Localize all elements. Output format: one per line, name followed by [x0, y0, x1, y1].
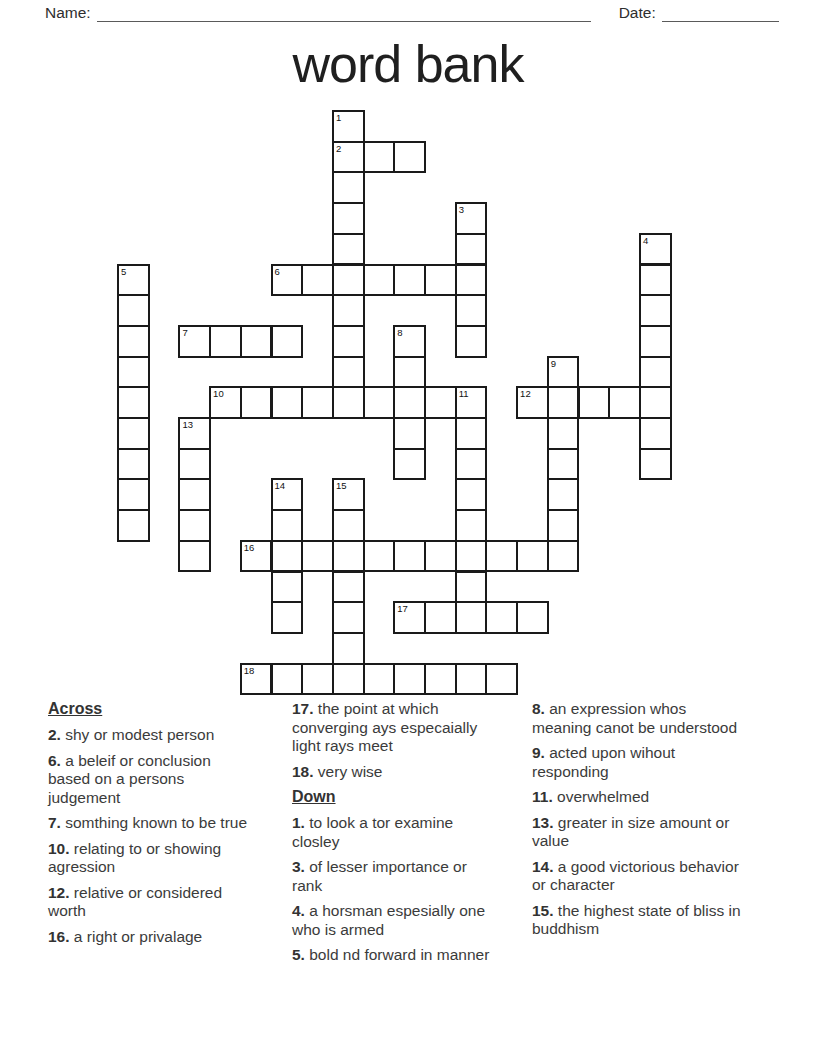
cell-number: 4 — [643, 235, 648, 246]
clue-text: shy or modest person — [61, 726, 214, 743]
clue-number: 5. — [292, 946, 305, 963]
grid-cell[interactable] — [485, 601, 518, 634]
clue-number: 15. — [532, 902, 554, 919]
clue-text: a beleif or conclusion based on a person… — [48, 752, 211, 806]
cell-number: 7 — [182, 327, 187, 338]
grid-cell[interactable] — [639, 356, 672, 389]
grid-cell[interactable] — [639, 417, 672, 450]
grid-cell[interactable] — [178, 540, 211, 573]
grid-cell[interactable] — [455, 601, 488, 634]
cell-number: 5 — [121, 266, 126, 277]
grid-cell[interactable] — [485, 663, 518, 696]
grid-cell[interactable]: 12 — [516, 386, 549, 419]
grid-cell[interactable] — [271, 509, 304, 542]
grid-cell[interactable] — [393, 540, 426, 573]
clue-text: the highest state of bliss in buddhism — [532, 902, 741, 938]
grid-cell[interactable] — [332, 571, 365, 604]
clue-number: 9. — [532, 744, 545, 761]
grid-cell[interactable] — [393, 356, 426, 389]
grid-cell[interactable]: 13 — [178, 417, 211, 450]
clue-text: relating to or showing agression — [48, 840, 221, 876]
clue-text: relative or considered worth — [48, 884, 222, 920]
grid-cell[interactable] — [301, 386, 334, 419]
grid-cell[interactable]: 1 — [332, 110, 365, 143]
grid-cell[interactable] — [455, 417, 488, 450]
cell-number: 1 — [336, 112, 341, 123]
grid-cell[interactable] — [455, 325, 488, 358]
grid-cell[interactable]: 17 — [393, 601, 426, 634]
grid-cell[interactable] — [393, 386, 426, 419]
grid-cell[interactable] — [117, 478, 150, 511]
grid-cell[interactable] — [393, 663, 426, 696]
clue-number: 4. — [292, 902, 305, 919]
clue-text: bold nd forward in manner — [305, 946, 489, 963]
cell-number: 3 — [459, 204, 464, 215]
grid-cell[interactable] — [363, 264, 396, 297]
cell-number: 2 — [336, 143, 341, 154]
clue-number: 14. — [532, 858, 554, 875]
grid-cell[interactable] — [455, 540, 488, 573]
clue-text: acted upon wihout responding — [532, 744, 675, 780]
date-blank-line — [662, 6, 779, 22]
grid-cell[interactable] — [332, 632, 365, 665]
grid-cell[interactable]: 14 — [271, 478, 304, 511]
grid-cell[interactable] — [424, 601, 457, 634]
cell-number: 6 — [275, 266, 280, 277]
grid-cell[interactable] — [485, 540, 518, 573]
grid-cell[interactable] — [455, 509, 488, 542]
grid-cell[interactable] — [424, 540, 457, 573]
grid-cell[interactable]: 7 — [178, 325, 211, 358]
grid-cell[interactable] — [332, 264, 365, 297]
grid-cell[interactable] — [271, 386, 304, 419]
grid-cell[interactable] — [455, 233, 488, 266]
grid-cell[interactable]: 18 — [240, 663, 273, 696]
grid-cell[interactable] — [332, 325, 365, 358]
clue-item: 13. greater in size amount or value — [532, 814, 744, 851]
grid-cell[interactable] — [424, 663, 457, 696]
clue-item: 16. a right or privalage — [48, 928, 253, 947]
clue-text: somthing known to be true — [61, 814, 247, 831]
grid-cell[interactable] — [455, 663, 488, 696]
grid-cell[interactable] — [332, 601, 365, 634]
grid-cell[interactable] — [639, 294, 672, 327]
clue-text: a good victorious behavior or character — [532, 858, 739, 894]
clue-column-left: Across2. shy or modest person6. a beleif… — [48, 700, 253, 953]
grid-cell[interactable] — [332, 356, 365, 389]
clue-number: 6. — [48, 752, 61, 769]
grid-cell[interactable] — [117, 417, 150, 450]
clue-text: of lesser importance or rank — [292, 858, 467, 894]
grid-cell[interactable] — [178, 509, 211, 542]
clue-item: 5. bold nd forward in manner — [292, 946, 492, 965]
grid-cell[interactable] — [332, 202, 365, 235]
grid-cell[interactable] — [639, 386, 672, 419]
grid-cell[interactable] — [516, 601, 549, 634]
cell-number: 11 — [459, 388, 469, 399]
grid-cell[interactable]: 5 — [117, 264, 150, 297]
grid-cell[interactable] — [639, 264, 672, 297]
clue-item: 11. overwhelmed — [532, 788, 744, 807]
grid-cell[interactable] — [332, 233, 365, 266]
crossword-grid: 123456789101112131415161718 — [117, 110, 671, 695]
grid-cell[interactable] — [332, 171, 365, 204]
grid-cell[interactable]: 9 — [547, 356, 580, 389]
puzzle-title: word bank — [0, 36, 816, 92]
grid-cell[interactable] — [117, 325, 150, 358]
grid-cell[interactable] — [332, 294, 365, 327]
grid-cell[interactable] — [363, 663, 396, 696]
grid-cell[interactable] — [639, 325, 672, 358]
grid-cell[interactable] — [516, 540, 549, 573]
name-date-row: Name: Date: — [45, 4, 793, 22]
cell-number: 18 — [244, 665, 255, 676]
grid-cell[interactable] — [332, 386, 365, 419]
cell-number: 8 — [397, 327, 402, 338]
clue-column-middle: 17. the point at which converging ays es… — [292, 700, 492, 972]
clue-text: very wise — [314, 763, 383, 780]
grid-cell[interactable] — [332, 663, 365, 696]
clue-item: 18. very wise — [292, 763, 492, 782]
grid-cell[interactable] — [578, 386, 611, 419]
cell-number: 13 — [182, 419, 193, 430]
grid-cell[interactable] — [271, 571, 304, 604]
clue-text: an expression whos meaning canot be unde… — [532, 700, 737, 736]
grid-cell[interactable] — [301, 264, 334, 297]
grid-cell[interactable]: 6 — [271, 264, 304, 297]
clues-across-header: Across — [48, 700, 253, 718]
grid-cell[interactable] — [363, 141, 396, 174]
clue-number: 11. — [532, 788, 553, 805]
grid-cell[interactable] — [271, 325, 304, 358]
clue-item: 10. relating to or showing agression — [48, 840, 253, 877]
clue-item: 7. somthing known to be true — [48, 814, 253, 833]
clue-item: 6. a beleif or conclusion based on a per… — [48, 752, 253, 808]
cell-number: 15 — [336, 480, 347, 491]
worksheet-page: Name: Date: word bank 123456789101112131… — [0, 0, 816, 1056]
grid-cell[interactable] — [393, 417, 426, 450]
grid-cell[interactable] — [424, 264, 457, 297]
clue-number: 17. — [292, 700, 314, 717]
grid-cell[interactable] — [424, 386, 457, 419]
clue-number: 18. — [292, 763, 314, 780]
grid-cell[interactable]: 15 — [332, 478, 365, 511]
clue-text: greater in size amount or value — [532, 814, 729, 850]
grid-cell[interactable] — [271, 601, 304, 634]
clues-down-header: Down — [292, 788, 492, 806]
clue-number: 7. — [48, 814, 61, 831]
cell-number: 14 — [275, 480, 286, 491]
clue-number: 1. — [292, 814, 305, 831]
cell-number: 17 — [397, 603, 408, 614]
clue-column-right: 8. an expression whos meaning canot be u… — [532, 700, 744, 946]
grid-cell[interactable]: 16 — [240, 540, 273, 573]
grid-cell[interactable] — [209, 325, 242, 358]
clue-item: 9. acted upon wihout responding — [532, 744, 744, 781]
grid-cell[interactable] — [455, 264, 488, 297]
grid-cell[interactable]: 3 — [455, 202, 488, 235]
grid-cell[interactable] — [547, 448, 580, 481]
grid-cell[interactable] — [455, 478, 488, 511]
grid-cell[interactable]: 10 — [209, 386, 242, 419]
grid-cell[interactable] — [455, 448, 488, 481]
name-label: Name: — [45, 4, 91, 22]
grid-cell[interactable] — [301, 663, 334, 696]
grid-cell[interactable] — [639, 448, 672, 481]
grid-cell[interactable] — [271, 663, 304, 696]
grid-cell[interactable]: 11 — [455, 386, 488, 419]
grid-cell[interactable]: 2 — [332, 141, 365, 174]
cell-number: 10 — [213, 388, 224, 399]
grid-cell[interactable] — [117, 356, 150, 389]
clue-text: overwhelmed — [553, 788, 650, 805]
grid-cell[interactable]: 8 — [393, 325, 426, 358]
grid-cell[interactable] — [240, 325, 273, 358]
clue-item: 15. the highest state of bliss in buddhi… — [532, 902, 744, 939]
grid-cell[interactable] — [455, 294, 488, 327]
grid-cell[interactable] — [332, 540, 365, 573]
clue-number: 10. — [48, 840, 70, 857]
clue-number: 8. — [532, 700, 545, 717]
grid-cell[interactable] — [455, 571, 488, 604]
clue-item: 17. the point at which converging ays es… — [292, 700, 492, 756]
grid-cell[interactable] — [608, 386, 641, 419]
grid-cell[interactable] — [117, 509, 150, 542]
grid-cell[interactable] — [301, 540, 334, 573]
grid-cell[interactable] — [240, 386, 273, 419]
clue-item: 12. relative or considered worth — [48, 884, 253, 921]
date-label: Date: — [619, 4, 656, 22]
clue-text: a horsman espesially one who is armed — [292, 902, 485, 938]
grid-cell[interactable] — [393, 141, 426, 174]
grid-cell[interactable] — [363, 540, 396, 573]
grid-cell[interactable] — [332, 509, 365, 542]
grid-cell[interactable] — [117, 294, 150, 327]
name-blank-line — [97, 6, 591, 22]
grid-cell[interactable] — [547, 417, 580, 450]
grid-cell[interactable] — [547, 540, 580, 573]
clue-text: the point at which converging ays especa… — [292, 700, 477, 754]
grid-cell[interactable] — [117, 448, 150, 481]
grid-cell[interactable] — [363, 386, 396, 419]
clue-item: 8. an expression whos meaning canot be u… — [532, 700, 744, 737]
grid-cell[interactable] — [547, 386, 580, 419]
cell-number: 9 — [551, 358, 556, 369]
clue-item: 2. shy or modest person — [48, 726, 253, 745]
grid-cell[interactable] — [117, 386, 150, 419]
grid-cell[interactable] — [393, 264, 426, 297]
grid-cell[interactable] — [393, 448, 426, 481]
clue-text: to look a tor examine closley — [292, 814, 453, 850]
clue-item: 14. a good victorious behavior or charac… — [532, 858, 744, 895]
grid-cell[interactable] — [271, 540, 304, 573]
cell-number: 12 — [520, 388, 531, 399]
clue-number: 16. — [48, 928, 70, 945]
clue-item: 4. a horsman espesially one who is armed — [292, 902, 492, 939]
clue-number: 3. — [292, 858, 305, 875]
grid-cell[interactable] — [547, 478, 580, 511]
cell-number: 16 — [244, 542, 255, 553]
clue-number: 2. — [48, 726, 61, 743]
grid-cell[interactable]: 4 — [639, 233, 672, 266]
grid-cell[interactable] — [178, 478, 211, 511]
clue-item: 3. of lesser importance or rank — [292, 858, 492, 895]
clue-item: 1. to look a tor examine closley — [292, 814, 492, 851]
clue-number: 13. — [532, 814, 554, 831]
grid-cell[interactable] — [178, 448, 211, 481]
clue-number: 12. — [48, 884, 70, 901]
grid-cell[interactable] — [547, 509, 580, 542]
clue-text: a right or privalage — [70, 928, 203, 945]
